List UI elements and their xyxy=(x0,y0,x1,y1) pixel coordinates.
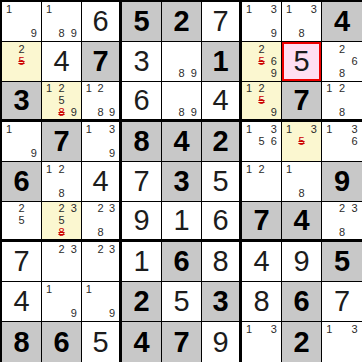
cell-r1c3[interactable]: 6 xyxy=(82,2,122,42)
cell-r8c3[interactable]: 19 xyxy=(82,282,122,322)
candidate-2: 2 xyxy=(95,83,107,95)
candidate-1: 1 xyxy=(283,163,295,175)
given-digit: 2 xyxy=(202,122,239,161)
given-digit: 4 xyxy=(322,2,362,41)
candidate-3: 3 xyxy=(268,3,280,15)
eliminated-candidate-8: 8 xyxy=(55,106,67,118)
cell-r5c4[interactable]: 7 xyxy=(122,162,162,202)
candidate-1: 1 xyxy=(323,83,336,95)
solved-digit: 3 xyxy=(122,42,161,81)
candidate-grid: 89 xyxy=(163,83,200,118)
candidate-1: 1 xyxy=(243,323,255,336)
cell-r2c5[interactable]: 89 xyxy=(162,42,202,82)
cell-r6c9[interactable]: 238 xyxy=(322,202,362,242)
cell-r6c6[interactable]: 6 xyxy=(202,202,242,242)
cell-r1c8[interactable]: 138 xyxy=(282,2,322,42)
solved-digit: 4 xyxy=(242,242,281,281)
cell-r8c7[interactable]: 8 xyxy=(242,282,282,322)
cell-r8c5[interactable]: 5 xyxy=(162,282,202,322)
cell-r5c2[interactable]: 128 xyxy=(42,162,82,202)
eliminated-candidate-5: 5 xyxy=(295,135,307,147)
candidate-6: 6 xyxy=(268,55,280,67)
candidate-grid: 128 xyxy=(323,83,361,118)
candidate-3: 3 xyxy=(308,123,320,135)
given-digit: 2 xyxy=(162,2,201,41)
candidate-9: 9 xyxy=(268,28,280,40)
candidate-grid: 23 xyxy=(83,243,118,280)
eliminated-candidate-5: 5 xyxy=(255,95,267,107)
candidate-grid: 12589 xyxy=(43,83,80,118)
candidate-5: 5 xyxy=(55,215,67,227)
cell-r7c2[interactable]: 23 xyxy=(42,242,82,282)
candidate-grid: 139 xyxy=(83,123,118,160)
solved-digit: 7 xyxy=(322,282,362,321)
candidate-8: 8 xyxy=(336,68,349,80)
cell-r4c1[interactable]: 19 xyxy=(2,122,42,162)
cell-r1c4[interactable]: 5 xyxy=(122,2,162,42)
candidate-2: 2 xyxy=(55,83,67,95)
given-digit: 4 xyxy=(282,202,321,239)
candidate-9: 9 xyxy=(188,106,200,118)
solved-digit: 9 xyxy=(282,242,321,281)
solved-digit: 9 xyxy=(122,202,161,239)
candidate-grid: 19 xyxy=(83,283,118,320)
candidate-grid: 23 xyxy=(43,243,80,280)
given-digit: 5 xyxy=(322,242,362,281)
given-digit: 6 xyxy=(162,242,201,281)
candidate-grid: 1356 xyxy=(243,123,280,160)
candidate-grid: 19 xyxy=(3,123,40,160)
cell-r7c5[interactable]: 6 xyxy=(162,242,202,282)
candidate-9: 9 xyxy=(106,148,118,160)
cell-r8c1[interactable]: 4 xyxy=(2,282,42,322)
cell-r6c5[interactable]: 1 xyxy=(162,202,202,242)
candidate-1: 1 xyxy=(3,3,15,15)
cell-r1c5[interactable]: 2 xyxy=(162,2,202,42)
candidate-2: 2 xyxy=(255,83,267,95)
candidate-5: 5 xyxy=(255,135,267,147)
given-digit: 1 xyxy=(202,42,239,81)
candidate-2: 2 xyxy=(336,83,349,95)
candidate-2: 2 xyxy=(55,243,67,255)
candidate-9: 9 xyxy=(68,28,80,40)
candidate-1: 1 xyxy=(323,323,336,336)
solved-digit: 1 xyxy=(122,242,161,281)
candidate-8: 8 xyxy=(336,106,349,118)
candidate-3: 3 xyxy=(68,203,80,215)
solved-digit: 6 xyxy=(202,202,239,239)
cell-r6c8[interactable]: 4 xyxy=(282,202,322,242)
solved-digit: 6 xyxy=(122,82,161,119)
cell-r2c3[interactable]: 7 xyxy=(82,42,122,82)
sudoku-board: 1918965271391384254738912569526831258912… xyxy=(0,0,362,362)
candidate-grid: 13 xyxy=(323,323,361,361)
cell-r9c7[interactable]: 13 xyxy=(242,322,282,362)
candidate-grid: 2358 xyxy=(43,203,80,238)
candidate-6: 6 xyxy=(268,135,280,147)
candidate-grid: 1289 xyxy=(83,83,118,118)
candidate-9: 9 xyxy=(28,28,40,40)
candidate-3: 3 xyxy=(348,323,361,336)
candidate-6: 6 xyxy=(348,135,361,147)
candidate-1: 1 xyxy=(323,123,336,135)
candidate-1: 1 xyxy=(43,3,55,15)
cell-r2c8[interactable]: 5 xyxy=(282,42,322,82)
cell-r9c5[interactable]: 7 xyxy=(162,322,202,362)
cell-r6c2[interactable]: 2358 xyxy=(42,202,82,242)
cell-r7c8[interactable]: 9 xyxy=(282,242,322,282)
candidate-3: 3 xyxy=(106,243,118,255)
candidate-2: 2 xyxy=(95,243,107,255)
candidate-8: 8 xyxy=(336,226,349,238)
solved-digit: 4 xyxy=(42,42,81,81)
candidate-9: 9 xyxy=(106,308,118,320)
cell-r5c6[interactable]: 5 xyxy=(202,162,242,202)
given-digit: 6 xyxy=(42,322,81,362)
given-digit: 8 xyxy=(2,322,41,362)
cell-r6c1[interactable]: 25 xyxy=(2,202,42,242)
solved-digit: 7 xyxy=(2,242,41,281)
solved-digit: 9 xyxy=(202,322,239,362)
cell-r1c1[interactable]: 19 xyxy=(2,2,42,42)
given-digit: 3 xyxy=(2,82,41,119)
candidate-8: 8 xyxy=(95,106,107,118)
cell-r2c9[interactable]: 268 xyxy=(322,42,362,82)
cell-r3c2[interactable]: 12589 xyxy=(42,82,82,122)
candidate-1: 1 xyxy=(83,83,95,95)
candidate-1: 1 xyxy=(43,283,55,295)
candidate-1: 1 xyxy=(283,123,295,135)
cell-r1c2[interactable]: 189 xyxy=(42,2,82,42)
cell-r8c9[interactable]: 7 xyxy=(322,282,362,322)
solved-digit: 5 xyxy=(282,42,321,81)
candidate-2: 2 xyxy=(55,203,67,215)
candidate-8: 8 xyxy=(175,106,187,118)
cell-r3c4[interactable]: 6 xyxy=(122,82,162,122)
cell-r6c7[interactable]: 7 xyxy=(242,202,282,242)
cell-r5c3[interactable]: 4 xyxy=(82,162,122,202)
given-digit: 4 xyxy=(162,122,201,161)
candidate-1: 1 xyxy=(3,123,15,135)
cell-r3c1[interactable]: 3 xyxy=(2,82,42,122)
candidate-2: 2 xyxy=(336,43,349,55)
candidate-grid: 19 xyxy=(3,3,40,40)
cell-r4c6[interactable]: 2 xyxy=(202,122,242,162)
solved-digit: 5 xyxy=(162,282,201,321)
cell-r9c3[interactable]: 5 xyxy=(82,322,122,362)
cell-r9c9[interactable]: 13 xyxy=(322,322,362,362)
candidate-1: 1 xyxy=(43,83,55,95)
given-digit: 8 xyxy=(122,122,161,161)
given-digit: 6 xyxy=(282,282,321,321)
candidate-3: 3 xyxy=(348,123,361,135)
candidate-1: 1 xyxy=(243,3,255,15)
cell-r7c9[interactable]: 5 xyxy=(322,242,362,282)
candidate-8: 8 xyxy=(295,28,307,40)
solved-digit: 7 xyxy=(122,162,161,201)
candidate-2: 2 xyxy=(336,203,349,215)
candidate-grid: 13 xyxy=(243,323,280,361)
candidate-5: 5 xyxy=(15,215,27,227)
given-digit: 5 xyxy=(122,2,161,41)
cell-r3c7[interactable]: 1259 xyxy=(242,82,282,122)
solved-digit: 5 xyxy=(202,162,239,201)
candidate-3: 3 xyxy=(68,243,80,255)
eliminated-candidate-5: 5 xyxy=(255,55,267,67)
candidate-grid: 25 xyxy=(3,203,40,238)
cell-r9c8[interactable]: 2 xyxy=(282,322,322,362)
solved-digit: 5 xyxy=(82,322,119,362)
candidate-9: 9 xyxy=(68,106,80,118)
candidate-1: 1 xyxy=(243,83,255,95)
cell-r4c5[interactable]: 4 xyxy=(162,122,202,162)
given-digit: 2 xyxy=(122,282,161,321)
cell-r9c1[interactable]: 8 xyxy=(2,322,42,362)
cell-r7c3[interactable]: 23 xyxy=(82,242,122,282)
solved-digit: 1 xyxy=(162,202,201,239)
cell-r7c7[interactable]: 4 xyxy=(242,242,282,282)
cell-r2c4[interactable]: 3 xyxy=(122,42,162,82)
solved-digit: 6 xyxy=(82,2,119,41)
given-digit: 4 xyxy=(122,322,161,362)
cell-r3c3[interactable]: 1289 xyxy=(82,82,122,122)
candidate-grid: 138 xyxy=(283,3,320,40)
given-digit: 7 xyxy=(42,122,81,161)
candidate-8: 8 xyxy=(95,226,107,238)
cell-r3c8[interactable]: 7 xyxy=(282,82,322,122)
candidate-1: 1 xyxy=(43,163,55,175)
candidate-9: 9 xyxy=(106,106,118,118)
cell-r5c5[interactable]: 3 xyxy=(162,162,202,202)
cell-r5c1[interactable]: 6 xyxy=(2,162,42,202)
candidate-3: 3 xyxy=(308,3,320,15)
given-digit: 2 xyxy=(282,322,321,362)
given-digit: 7 xyxy=(282,82,321,119)
candidate-grid: 1259 xyxy=(243,83,280,118)
cell-r2c6[interactable]: 1 xyxy=(202,42,242,82)
candidate-grid: 12 xyxy=(243,163,280,200)
candidate-2: 2 xyxy=(255,43,267,55)
candidate-2: 2 xyxy=(55,163,67,175)
cell-r7c4[interactable]: 1 xyxy=(122,242,162,282)
given-digit: 7 xyxy=(242,202,281,239)
cell-r3c5[interactable]: 89 xyxy=(162,82,202,122)
given-digit: 3 xyxy=(162,162,201,201)
cell-r4c8[interactable]: 135 xyxy=(282,122,322,162)
candidate-3: 3 xyxy=(268,323,280,336)
eliminated-candidate-5: 5 xyxy=(15,55,27,67)
candidate-9: 9 xyxy=(28,148,40,160)
candidate-3: 3 xyxy=(268,123,280,135)
cell-r7c6[interactable]: 8 xyxy=(202,242,242,282)
cell-r8c6[interactable]: 3 xyxy=(202,282,242,322)
cell-r3c6[interactable]: 4 xyxy=(202,82,242,122)
candidate-grid: 268 xyxy=(323,43,361,80)
candidate-grid: 189 xyxy=(43,3,80,40)
given-digit: 7 xyxy=(162,322,201,362)
candidate-8: 8 xyxy=(295,188,307,200)
candidate-grid: 135 xyxy=(283,123,320,160)
candidate-3: 3 xyxy=(106,123,118,135)
cell-r9c4[interactable]: 4 xyxy=(122,322,162,362)
candidate-grid: 128 xyxy=(43,163,80,200)
given-digit: 6 xyxy=(2,162,41,201)
candidate-5: 5 xyxy=(55,95,67,107)
cell-r9c6[interactable]: 9 xyxy=(202,322,242,362)
cell-r8c2[interactable]: 19 xyxy=(42,282,82,322)
cell-r2c7[interactable]: 2569 xyxy=(242,42,282,82)
solved-digit: 7 xyxy=(202,2,239,41)
given-digit: 7 xyxy=(82,42,119,81)
candidate-2: 2 xyxy=(255,163,267,175)
candidate-1: 1 xyxy=(243,163,255,175)
cell-r8c4[interactable]: 2 xyxy=(122,282,162,322)
cell-r1c6[interactable]: 7 xyxy=(202,2,242,42)
candidate-grid: 238 xyxy=(323,203,361,238)
candidate-9: 9 xyxy=(268,68,280,80)
given-digit: 3 xyxy=(202,282,239,321)
candidate-1: 1 xyxy=(83,283,95,295)
cell-r7c1[interactable]: 7 xyxy=(2,242,42,282)
cell-r1c9[interactable]: 4 xyxy=(322,2,362,42)
solved-digit: 8 xyxy=(242,282,281,321)
candidate-2: 2 xyxy=(15,203,27,215)
cell-r5c7[interactable]: 12 xyxy=(242,162,282,202)
candidate-2: 2 xyxy=(95,203,107,215)
solved-digit: 8 xyxy=(202,242,239,281)
candidate-8: 8 xyxy=(55,188,67,200)
candidate-grid: 25 xyxy=(3,43,40,80)
candidate-6: 6 xyxy=(348,55,361,67)
candidate-3: 3 xyxy=(106,203,118,215)
cell-r4c2[interactable]: 7 xyxy=(42,122,82,162)
candidate-grid: 136 xyxy=(323,123,361,160)
cell-r3c9[interactable]: 128 xyxy=(322,82,362,122)
cell-r5c8[interactable]: 18 xyxy=(282,162,322,202)
cell-r4c4[interactable]: 8 xyxy=(122,122,162,162)
solved-digit: 4 xyxy=(82,162,119,201)
candidate-3: 3 xyxy=(348,203,361,215)
candidate-grid: 18 xyxy=(283,163,320,200)
cell-r6c4[interactable]: 9 xyxy=(122,202,162,242)
cell-r6c3[interactable]: 238 xyxy=(82,202,122,242)
candidate-9: 9 xyxy=(188,68,200,80)
candidate-1: 1 xyxy=(243,123,255,135)
cell-r2c2[interactable]: 4 xyxy=(42,42,82,82)
candidate-grid: 19 xyxy=(43,283,80,320)
cell-r4c7[interactable]: 1356 xyxy=(242,122,282,162)
candidate-9: 9 xyxy=(268,106,280,118)
candidate-8: 8 xyxy=(175,68,187,80)
candidate-grid: 238 xyxy=(83,203,118,238)
cell-r9c2[interactable]: 6 xyxy=(42,322,82,362)
candidate-8: 8 xyxy=(55,28,67,40)
candidate-grid: 2569 xyxy=(243,43,280,80)
solved-digit: 4 xyxy=(202,82,239,119)
solved-digit: 4 xyxy=(2,282,41,321)
eliminated-candidate-8: 8 xyxy=(55,226,67,238)
candidate-grid: 139 xyxy=(243,3,280,40)
candidate-grid: 89 xyxy=(163,43,200,80)
cell-r2c1[interactable]: 25 xyxy=(2,42,42,82)
candidate-1: 1 xyxy=(83,123,95,135)
cell-r5c9[interactable]: 9 xyxy=(322,162,362,202)
candidate-1: 1 xyxy=(283,3,295,15)
candidate-9: 9 xyxy=(68,308,80,320)
cell-r8c8[interactable]: 6 xyxy=(282,282,322,322)
cell-r4c3[interactable]: 139 xyxy=(82,122,122,162)
cell-r4c9[interactable]: 136 xyxy=(322,122,362,162)
candidate-2: 2 xyxy=(15,43,27,55)
given-digit: 9 xyxy=(322,162,362,201)
cell-r1c7[interactable]: 139 xyxy=(242,2,282,42)
